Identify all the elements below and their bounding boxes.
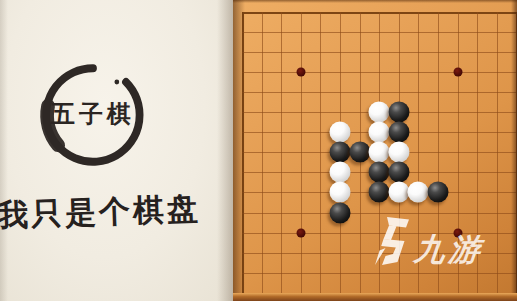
grid-line-horizontal bbox=[242, 213, 516, 214]
black-stone[interactable] bbox=[330, 202, 351, 223]
white-stone[interactable] bbox=[330, 162, 351, 183]
watermark: 九游 bbox=[374, 217, 484, 271]
black-stone[interactable] bbox=[388, 162, 409, 183]
white-stone[interactable] bbox=[330, 122, 351, 143]
watermark-text: 九游 bbox=[412, 229, 486, 271]
black-stone[interactable] bbox=[428, 182, 449, 203]
black-stone[interactable] bbox=[349, 142, 370, 163]
board-edge-right bbox=[511, 0, 517, 301]
white-stone[interactable] bbox=[369, 122, 390, 143]
black-stone[interactable] bbox=[388, 122, 409, 143]
board-edge-top bbox=[233, 0, 517, 3]
gomoku-board[interactable]: 九游 bbox=[233, 0, 517, 301]
enso-logo: 五子棋 bbox=[38, 60, 148, 170]
board-edge-bottom bbox=[233, 293, 517, 301]
black-stone[interactable] bbox=[388, 102, 409, 123]
white-stone[interactable] bbox=[369, 102, 390, 123]
gomoku-promo-screenshot: 五子棋 我只是个棋盘 九游 bbox=[0, 0, 517, 301]
black-stone[interactable] bbox=[330, 142, 351, 163]
black-stone[interactable] bbox=[369, 162, 390, 183]
black-stone[interactable] bbox=[369, 182, 390, 203]
star-point bbox=[296, 68, 305, 77]
white-stone[interactable] bbox=[388, 142, 409, 163]
star-point bbox=[296, 228, 305, 237]
cover-panel: 五子棋 我只是个棋盘 bbox=[0, 0, 233, 301]
caption-text: 我只是个棋盘 bbox=[0, 187, 228, 237]
white-stone[interactable] bbox=[408, 182, 429, 203]
white-stone[interactable] bbox=[330, 182, 351, 203]
game-title: 五子棋 bbox=[38, 98, 148, 130]
star-point bbox=[453, 68, 462, 77]
white-stone[interactable] bbox=[388, 182, 409, 203]
board-fold-shadow bbox=[233, 0, 245, 301]
grid-line-horizontal bbox=[242, 273, 516, 274]
nine-game-logo-icon bbox=[374, 217, 410, 265]
grid-line-vertical bbox=[497, 12, 498, 293]
white-stone[interactable] bbox=[369, 142, 390, 163]
